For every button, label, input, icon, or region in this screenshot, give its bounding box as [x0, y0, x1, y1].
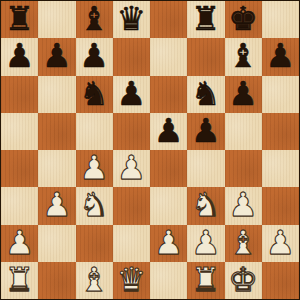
- square-g1[interactable]: ♚: [225, 262, 262, 299]
- square-g6[interactable]: ♟: [225, 76, 262, 113]
- square-d4[interactable]: ♟: [113, 150, 150, 187]
- black-pawn[interactable]: ♟: [5, 39, 35, 72]
- square-e7[interactable]: [150, 38, 187, 75]
- square-g2[interactable]: ♝: [225, 225, 262, 262]
- square-c6[interactable]: ♞: [76, 76, 113, 113]
- black-pawn[interactable]: ♟: [154, 114, 184, 147]
- square-c4[interactable]: ♟: [76, 150, 113, 187]
- square-e4[interactable]: [150, 150, 187, 187]
- square-f2[interactable]: ♟: [187, 225, 224, 262]
- black-pawn[interactable]: ♟: [42, 39, 72, 72]
- black-knight[interactable]: ♞: [191, 77, 221, 110]
- square-b4[interactable]: [38, 150, 75, 187]
- square-c5[interactable]: [76, 113, 113, 150]
- square-e3[interactable]: [150, 187, 187, 224]
- square-a8[interactable]: ♜: [1, 1, 38, 38]
- white-pawn[interactable]: ♟: [266, 226, 296, 259]
- square-f8[interactable]: ♜: [187, 1, 224, 38]
- white-king[interactable]: ♚: [228, 263, 258, 296]
- white-queen[interactable]: ♛: [117, 263, 147, 296]
- square-d6[interactable]: ♟: [113, 76, 150, 113]
- square-c3[interactable]: ♞: [76, 187, 113, 224]
- square-f5[interactable]: ♟: [187, 113, 224, 150]
- square-d2[interactable]: [113, 225, 150, 262]
- square-b7[interactable]: ♟: [38, 38, 75, 75]
- square-f6[interactable]: ♞: [187, 76, 224, 113]
- square-a3[interactable]: [1, 187, 38, 224]
- square-d7[interactable]: [113, 38, 150, 75]
- square-e8[interactable]: [150, 1, 187, 38]
- square-g5[interactable]: [225, 113, 262, 150]
- square-d3[interactable]: [113, 187, 150, 224]
- square-d8[interactable]: ♛: [113, 1, 150, 38]
- black-queen[interactable]: ♛: [117, 2, 147, 35]
- square-f3[interactable]: ♞: [187, 187, 224, 224]
- square-e1[interactable]: [150, 262, 187, 299]
- chess-board-frame: ♜♝♛♜♚♟♟♟♝♟♞♟♞♟♟♟♟♟♟♞♞♟♟♟♟♝♟♜♝♛♜♚: [0, 0, 300, 300]
- white-rook[interactable]: ♜: [5, 263, 35, 296]
- square-c8[interactable]: ♝: [76, 1, 113, 38]
- square-b1[interactable]: [38, 262, 75, 299]
- square-b5[interactable]: [38, 113, 75, 150]
- black-pawn[interactable]: ♟: [117, 77, 147, 110]
- black-bishop[interactable]: ♝: [228, 39, 258, 72]
- black-pawn[interactable]: ♟: [191, 114, 221, 147]
- white-pawn[interactable]: ♟: [154, 226, 184, 259]
- black-rook[interactable]: ♜: [5, 2, 35, 35]
- square-g4[interactable]: [225, 150, 262, 187]
- square-a4[interactable]: [1, 150, 38, 187]
- square-c1[interactable]: ♝: [76, 262, 113, 299]
- black-pawn[interactable]: ♟: [266, 39, 296, 72]
- white-pawn[interactable]: ♟: [117, 151, 147, 184]
- square-h8[interactable]: [262, 1, 299, 38]
- square-d5[interactable]: [113, 113, 150, 150]
- chess-board: ♜♝♛♜♚♟♟♟♝♟♞♟♞♟♟♟♟♟♟♞♞♟♟♟♟♝♟♜♝♛♜♚: [1, 1, 299, 299]
- square-c2[interactable]: [76, 225, 113, 262]
- white-bishop[interactable]: ♝: [228, 226, 258, 259]
- square-e2[interactable]: ♟: [150, 225, 187, 262]
- black-king[interactable]: ♚: [228, 2, 258, 35]
- square-h7[interactable]: ♟: [262, 38, 299, 75]
- square-g8[interactable]: ♚: [225, 1, 262, 38]
- square-b6[interactable]: [38, 76, 75, 113]
- square-a7[interactable]: ♟: [1, 38, 38, 75]
- square-h2[interactable]: ♟: [262, 225, 299, 262]
- white-pawn[interactable]: ♟: [42, 188, 72, 221]
- square-d1[interactable]: ♛: [113, 262, 150, 299]
- square-h3[interactable]: [262, 187, 299, 224]
- square-a1[interactable]: ♜: [1, 262, 38, 299]
- white-knight[interactable]: ♞: [79, 188, 109, 221]
- black-knight[interactable]: ♞: [79, 77, 109, 110]
- square-a6[interactable]: [1, 76, 38, 113]
- white-pawn[interactable]: ♟: [191, 226, 221, 259]
- square-f7[interactable]: [187, 38, 224, 75]
- square-h4[interactable]: [262, 150, 299, 187]
- square-b3[interactable]: ♟: [38, 187, 75, 224]
- square-f1[interactable]: ♜: [187, 262, 224, 299]
- square-h5[interactable]: [262, 113, 299, 150]
- square-b8[interactable]: [38, 1, 75, 38]
- square-h1[interactable]: [262, 262, 299, 299]
- white-pawn[interactable]: ♟: [5, 226, 35, 259]
- square-g3[interactable]: ♟: [225, 187, 262, 224]
- square-b2[interactable]: [38, 225, 75, 262]
- white-knight[interactable]: ♞: [191, 188, 221, 221]
- square-e5[interactable]: ♟: [150, 113, 187, 150]
- white-rook[interactable]: ♜: [191, 263, 221, 296]
- square-h6[interactable]: [262, 76, 299, 113]
- black-pawn[interactable]: ♟: [228, 77, 258, 110]
- square-g7[interactable]: ♝: [225, 38, 262, 75]
- square-a5[interactable]: [1, 113, 38, 150]
- black-pawn[interactable]: ♟: [79, 39, 109, 72]
- square-a2[interactable]: ♟: [1, 225, 38, 262]
- white-pawn[interactable]: ♟: [228, 188, 258, 221]
- square-f4[interactable]: [187, 150, 224, 187]
- white-bishop[interactable]: ♝: [79, 263, 109, 296]
- square-e6[interactable]: [150, 76, 187, 113]
- black-rook[interactable]: ♜: [191, 2, 221, 35]
- black-bishop[interactable]: ♝: [79, 2, 109, 35]
- white-pawn[interactable]: ♟: [79, 151, 109, 184]
- square-c7[interactable]: ♟: [76, 38, 113, 75]
